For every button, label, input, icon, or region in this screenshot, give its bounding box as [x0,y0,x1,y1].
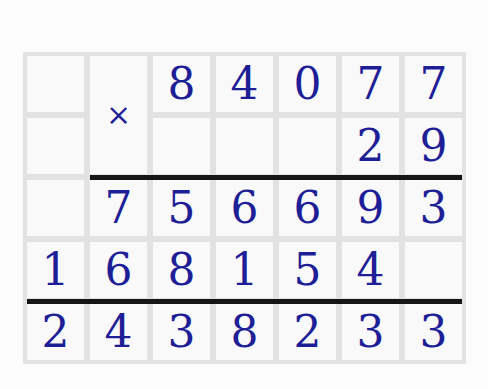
digit-cell-r4c2: 6 [90,242,147,298]
multiplication-grid: ×84077297566931681542438233 [23,52,466,364]
digit-cell-r5c1: 2 [27,304,84,360]
digit-cell-r3c7: 3 [405,180,462,236]
digit-cell-r1c6: 7 [342,56,399,112]
digit-cell-r3c3: 5 [153,180,210,236]
empty-cell-r3c1 [27,180,84,236]
digit-cell-r3c4: 6 [216,180,273,236]
digit-cell-r4c4: 1 [216,242,273,298]
empty-cell-r2c4 [216,118,273,174]
empty-cell-r2c5 [279,118,336,174]
digit-cell-r5c4: 8 [216,304,273,360]
empty-cell-r2c1 [27,118,84,174]
empty-cell-r2c3 [153,118,210,174]
empty-cell-r4c7 [405,242,462,298]
digit-cell-r1c7: 7 [405,56,462,112]
digit-cell-r1c5: 0 [279,56,336,112]
digit-cell-r4c1: 1 [27,242,84,298]
digit-cell-r2c7: 9 [405,118,462,174]
digit-cell-r3c2: 7 [90,180,147,236]
digit-cell-r5c6: 3 [342,304,399,360]
digit-cell-r3c6: 9 [342,180,399,236]
digit-cell-r4c6: 4 [342,242,399,298]
multiplier-underline [90,175,462,180]
sum-underline [27,299,462,304]
digit-cell-r3c5: 6 [279,180,336,236]
digit-cell-r1c3: 8 [153,56,210,112]
digit-cell-r1c4: 4 [216,56,273,112]
digit-cell-r2c6: 2 [342,118,399,174]
digit-cell-r4c5: 5 [279,242,336,298]
digit-cell-r5c2: 4 [90,304,147,360]
digit-cell-r5c3: 3 [153,304,210,360]
digit-cell-r5c5: 2 [279,304,336,360]
digit-cell-r4c3: 8 [153,242,210,298]
operator-cell: × [90,56,147,174]
digit-cell-r5c7: 3 [405,304,462,360]
empty-cell-r1c1 [27,56,84,112]
